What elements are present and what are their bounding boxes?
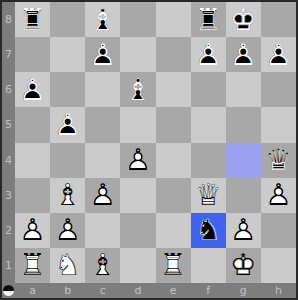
file-label: d: [120, 283, 155, 298]
turn-indicator-icon: [3, 285, 14, 296]
white-pawn[interactable]: ♟♙: [85, 178, 120, 213]
white-pawn[interactable]: ♟♙: [226, 213, 261, 248]
white-knight[interactable]: ♞♘: [50, 248, 85, 283]
square-e7[interactable]: [156, 37, 191, 72]
black-pawn[interactable]: ♟♙: [261, 37, 296, 72]
square-f6[interactable]: [191, 72, 226, 107]
square-e6[interactable]: [156, 72, 191, 107]
square-c1[interactable]: ♝♗: [85, 248, 120, 283]
square-g1[interactable]: ♚♔: [226, 248, 261, 283]
file-label: h: [261, 283, 296, 298]
square-a8[interactable]: ♜♖: [15, 2, 50, 37]
rank-label: 8: [2, 2, 15, 37]
file-label: b: [50, 283, 85, 298]
square-b8[interactable]: [50, 2, 85, 37]
square-f7[interactable]: ♟♙: [191, 37, 226, 72]
file-label: f: [191, 283, 226, 298]
file-label: a: [15, 283, 50, 298]
square-d7[interactable]: [120, 37, 155, 72]
square-d4[interactable]: ♟♙: [120, 143, 155, 178]
square-f1[interactable]: [191, 248, 226, 283]
square-c3[interactable]: ♟♙: [85, 178, 120, 213]
square-a3[interactable]: [15, 178, 50, 213]
square-b6[interactable]: [50, 72, 85, 107]
square-c4[interactable]: [85, 143, 120, 178]
rank-label: 1: [2, 248, 15, 283]
white-pawn[interactable]: ♟♙: [50, 213, 85, 248]
square-a5[interactable]: [15, 107, 50, 142]
square-c6[interactable]: [85, 72, 120, 107]
square-g8[interactable]: ♚♔: [226, 2, 261, 37]
square-d8[interactable]: [120, 2, 155, 37]
black-bishop[interactable]: ♝♗: [85, 2, 120, 37]
black-pawn[interactable]: ♟♙: [191, 37, 226, 72]
white-rook[interactable]: ♜♖: [156, 248, 191, 283]
square-b4[interactable]: [50, 143, 85, 178]
white-pawn[interactable]: ♟♙: [261, 178, 296, 213]
turn-indicator: [2, 283, 15, 298]
square-h5[interactable]: [261, 107, 296, 142]
square-g5[interactable]: [226, 107, 261, 142]
square-a4[interactable]: [15, 143, 50, 178]
black-king[interactable]: ♚♔: [226, 2, 261, 37]
square-e4[interactable]: [156, 143, 191, 178]
rank-label: 6: [2, 72, 15, 107]
square-d3[interactable]: [120, 178, 155, 213]
square-d1[interactable]: [120, 248, 155, 283]
square-e8[interactable]: [156, 2, 191, 37]
black-pawn[interactable]: ♟♙: [85, 37, 120, 72]
file-label: e: [156, 283, 191, 298]
square-b3[interactable]: ♝♗: [50, 178, 85, 213]
square-h3[interactable]: ♟♙: [261, 178, 296, 213]
square-h8[interactable]: [261, 2, 296, 37]
black-knight[interactable]: ♞♘: [191, 213, 226, 248]
black-pawn[interactable]: ♟♙: [50, 107, 85, 142]
rank-label: 7: [2, 37, 15, 72]
square-a2[interactable]: ♟♙: [15, 213, 50, 248]
square-b7[interactable]: [50, 37, 85, 72]
file-label: g: [226, 283, 261, 298]
square-h7[interactable]: ♟♙: [261, 37, 296, 72]
square-a6[interactable]: ♟♙: [15, 72, 50, 107]
black-pawn[interactable]: ♟♙: [226, 37, 261, 72]
square-e1[interactable]: ♜♖: [156, 248, 191, 283]
rank-label: 5: [2, 107, 15, 142]
square-g6[interactable]: [226, 72, 261, 107]
square-h1[interactable]: [261, 248, 296, 283]
square-h4[interactable]: ♛♕: [261, 143, 296, 178]
square-g3[interactable]: [226, 178, 261, 213]
square-e3[interactable]: [156, 178, 191, 213]
white-bishop[interactable]: ♝♗: [50, 178, 85, 213]
rank-label: 2: [2, 213, 15, 248]
square-f5[interactable]: [191, 107, 226, 142]
square-d2[interactable]: [120, 213, 155, 248]
square-f3[interactable]: ♛♕: [191, 178, 226, 213]
white-queen[interactable]: ♛♕: [191, 178, 226, 213]
rank-label: 4: [2, 143, 15, 178]
square-g7[interactable]: ♟♙: [226, 37, 261, 72]
file-label: c: [85, 283, 120, 298]
square-d6[interactable]: ♝♗: [120, 72, 155, 107]
square-g2[interactable]: ♟♙: [226, 213, 261, 248]
square-h2[interactable]: [261, 213, 296, 248]
square-h6[interactable]: [261, 72, 296, 107]
square-c7[interactable]: ♟♙: [85, 37, 120, 72]
square-c5[interactable]: [85, 107, 120, 142]
white-rook[interactable]: ♜♖: [15, 248, 50, 283]
square-e2[interactable]: [156, 213, 191, 248]
black-bishop[interactable]: ♝♗: [120, 72, 155, 107]
white-pawn[interactable]: ♟♙: [120, 143, 155, 178]
white-king[interactable]: ♚♔: [226, 248, 261, 283]
black-rook[interactable]: ♜♖: [15, 2, 50, 37]
square-f8[interactable]: ♜♖: [191, 2, 226, 37]
square-f4[interactable]: [191, 143, 226, 178]
square-b5[interactable]: ♟♙: [50, 107, 85, 142]
black-rook[interactable]: ♜♖: [191, 2, 226, 37]
white-bishop[interactable]: ♝♗: [85, 248, 120, 283]
square-f2[interactable]: ♞♘: [191, 213, 226, 248]
square-g4[interactable]: [226, 143, 261, 178]
black-queen[interactable]: ♛♕: [261, 143, 296, 178]
square-a7[interactable]: [15, 37, 50, 72]
square-a1[interactable]: ♜♖: [15, 248, 50, 283]
square-c2[interactable]: [85, 213, 120, 248]
rank-label: 3: [2, 178, 15, 213]
square-b2[interactable]: ♟♙: [50, 213, 85, 248]
white-pawn[interactable]: ♟♙: [15, 213, 50, 248]
square-e5[interactable]: [156, 107, 191, 142]
black-pawn[interactable]: ♟♙: [15, 72, 50, 107]
chess-board: 8♜♖♝♗♜♖♚♔7♟♙♟♙♟♙♟♙6♟♙♝♗5♟♙4♟♙♛♕3♝♗♟♙♛♕♟♙…: [0, 0, 298, 300]
square-b1[interactable]: ♞♘: [50, 248, 85, 283]
square-c8[interactable]: ♝♗: [85, 2, 120, 37]
square-d5[interactable]: [120, 107, 155, 142]
